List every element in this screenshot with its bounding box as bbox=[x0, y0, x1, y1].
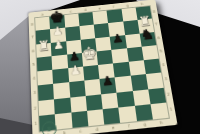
coord-label: b bbox=[63, 130, 66, 134]
piece-white-pawn-c4[interactable]: ♟ bbox=[70, 63, 82, 78]
piece-white-pawn-b6[interactable]: ♟ bbox=[53, 37, 64, 51]
coord-label: h bbox=[140, 2, 143, 6]
square-b2[interactable] bbox=[54, 97, 71, 114]
coord-label: 3 bbox=[33, 91, 36, 95]
piece-white-king-d5[interactable]: ♚ bbox=[81, 43, 98, 64]
square-a2[interactable] bbox=[39, 99, 55, 116]
coord-label: e bbox=[98, 6, 101, 10]
coord-label: 7 bbox=[155, 23, 158, 27]
coord-label: 2 bbox=[167, 92, 170, 96]
square-c2[interactable] bbox=[70, 95, 87, 112]
coord-label: 4 bbox=[162, 63, 165, 67]
square-b1[interactable] bbox=[55, 112, 72, 129]
coord-label: f bbox=[113, 5, 115, 9]
coord-label: 5 bbox=[159, 49, 162, 53]
coord-label: d bbox=[95, 127, 98, 132]
coord-label: 1 bbox=[34, 121, 37, 126]
photo-scene: abcdefgh abcdefgh 87654321 87654321 ♛ ♚♟… bbox=[0, 0, 200, 134]
square-e2[interactable] bbox=[101, 92, 118, 109]
square-h1[interactable] bbox=[150, 102, 169, 119]
coord-label: 1 bbox=[169, 107, 172, 112]
coord-label: 5 bbox=[32, 63, 35, 67]
coord-label: d bbox=[84, 8, 87, 12]
coord-label: 2 bbox=[34, 106, 37, 111]
coord-label: 8 bbox=[153, 10, 156, 14]
piece-black-pawn-e3[interactable]: ♟ bbox=[101, 74, 114, 89]
coord-label: a bbox=[41, 12, 43, 16]
piece-white-pawn-b7[interactable]: ♟ bbox=[52, 24, 63, 38]
square-c1[interactable] bbox=[71, 111, 88, 128]
coord-label: e bbox=[112, 125, 115, 130]
square-h2[interactable] bbox=[148, 87, 166, 104]
coord-label: g bbox=[143, 122, 146, 127]
piece-black-knight-h6[interactable]: ♞ bbox=[139, 25, 155, 43]
coord-label: 6 bbox=[32, 49, 35, 53]
chess-board: abcdefgh abcdefgh 87654321 87654321 ♛ ♚♟… bbox=[28, 0, 177, 134]
board-crest-icon: ♛ bbox=[41, 121, 57, 134]
coord-label: 6 bbox=[157, 36, 160, 40]
coord-label: c bbox=[79, 129, 82, 134]
square-d2[interactable] bbox=[85, 94, 102, 111]
coord-label: 8 bbox=[31, 23, 34, 27]
coord-label: 4 bbox=[33, 77, 36, 81]
coord-label: 3 bbox=[164, 77, 167, 81]
coord-label: 7 bbox=[31, 36, 34, 40]
coord-label: f bbox=[128, 124, 130, 129]
piece-black-pawn-f6[interactable]: ♟ bbox=[112, 31, 124, 45]
piece-white-rook-a6[interactable]: ♜ bbox=[37, 37, 50, 53]
coord-label: g bbox=[126, 4, 129, 8]
piece-black-pawn-c5[interactable]: ♟ bbox=[69, 49, 81, 64]
coord-label: c bbox=[70, 9, 72, 13]
square-e1[interactable] bbox=[103, 107, 121, 124]
coord-label: h bbox=[159, 120, 162, 125]
square-d1[interactable] bbox=[87, 109, 105, 126]
